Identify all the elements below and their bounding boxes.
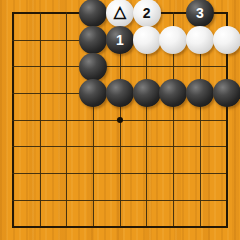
black-stone-c6r4[interactable] — [133, 79, 161, 107]
black-stone-c5r2[interactable]: 1 — [106, 26, 134, 54]
white-stone-c5r1[interactable]: △ — [106, 0, 134, 27]
grid-line — [12, 200, 227, 201]
grid-line — [12, 173, 227, 174]
go-board[interactable]: △231 — [0, 0, 240, 240]
white-stone-c6r1[interactable]: 2 — [133, 0, 161, 27]
grid-line — [12, 146, 227, 147]
black-stone-c8r1[interactable]: 3 — [186, 0, 214, 27]
black-stone-c5r4[interactable] — [106, 79, 134, 107]
move-number-label: 1 — [116, 33, 124, 47]
move-number-label: 2 — [143, 6, 151, 20]
black-stone-c9r4[interactable] — [213, 79, 240, 107]
black-stone-c4r4[interactable] — [79, 79, 107, 107]
white-stone-c6r2[interactable] — [133, 26, 161, 54]
black-stone-c4r3[interactable] — [79, 53, 107, 81]
white-stone-c9r2[interactable] — [213, 26, 240, 54]
black-stone-c4r1[interactable] — [79, 0, 107, 27]
black-stone-c7r4[interactable] — [159, 79, 187, 107]
black-stone-c8r4[interactable] — [186, 79, 214, 107]
star-point — [117, 117, 123, 123]
white-stone-c8r2[interactable] — [186, 26, 214, 54]
move-number-label: 3 — [196, 6, 204, 20]
triangle-mark-icon: △ — [114, 4, 126, 20]
black-stone-c4r2[interactable] — [79, 26, 107, 54]
board-edge-line — [12, 226, 227, 228]
white-stone-c7r2[interactable] — [159, 26, 187, 54]
